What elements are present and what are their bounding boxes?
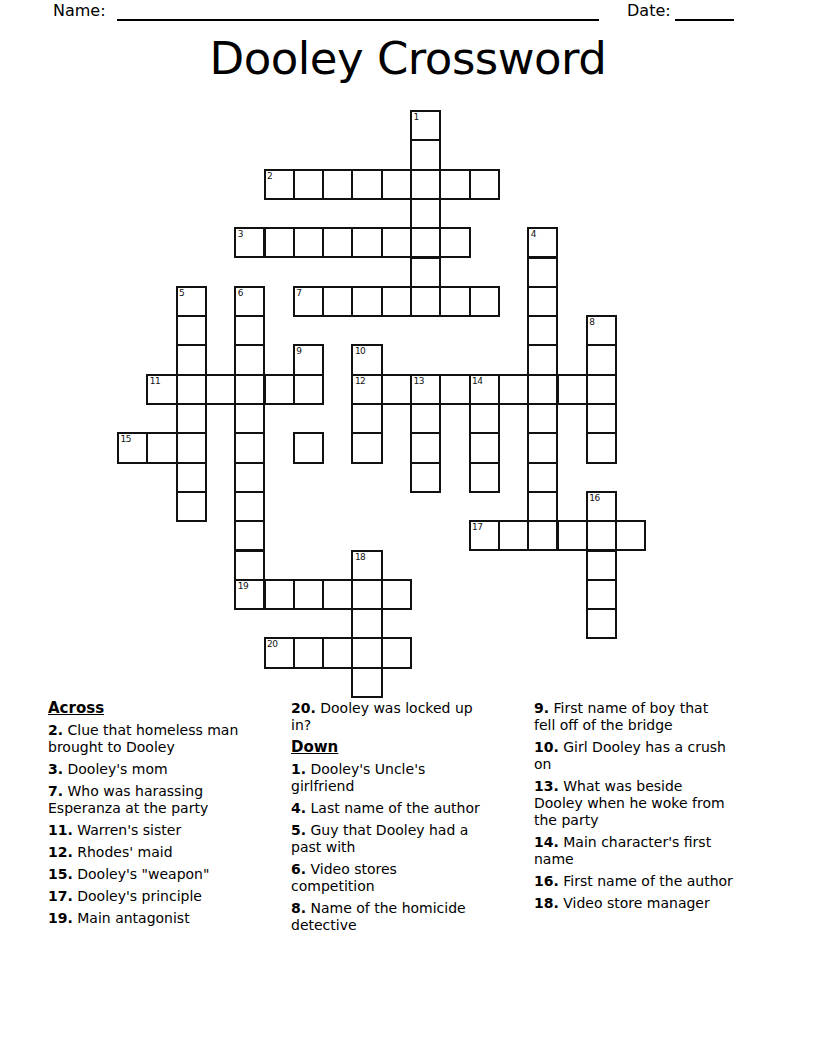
clue-down-10: 10. Girl Dooley has a crush on	[534, 739, 733, 773]
crossword-cell-r7c16[interactable]: 8	[586, 315, 617, 346]
crossword-cell-r12c10[interactable]	[410, 462, 441, 493]
crossword-cell-r9c9[interactable]	[381, 374, 412, 405]
crossword-cell-r4c7[interactable]	[322, 227, 353, 258]
crossword-cell-r9c2[interactable]	[176, 374, 207, 405]
crossword-cell-r8c6[interactable]: 9	[293, 344, 324, 375]
crossword-cell-r8c8[interactable]: 10	[351, 344, 382, 375]
clue-number: 15.	[48, 866, 73, 882]
clue-across-17: 17. Dooley's principle	[48, 888, 250, 905]
crossword-cell-r2c7[interactable]	[322, 169, 353, 200]
crossword-cell-r4c11[interactable]	[439, 227, 470, 258]
cell-number-8: 8	[589, 317, 594, 327]
crossword-cell-r6c9[interactable]	[381, 286, 412, 317]
clue-number: 17.	[48, 888, 73, 904]
crossword-cell-r9c15[interactable]	[557, 374, 588, 405]
crossword-cell-r2c8[interactable]	[351, 169, 382, 200]
down-heading: Down	[291, 739, 482, 756]
clue-number: 5.	[291, 822, 306, 838]
clue-across-2: 2. Clue that homeless man brought to Doo…	[48, 722, 250, 756]
cell-number-10: 10	[355, 346, 365, 356]
crossword-cell-r14c13[interactable]	[498, 520, 529, 551]
crossword-cell-r2c9[interactable]	[381, 169, 412, 200]
crossword-cell-r11c14[interactable]	[527, 432, 558, 463]
crossword-cell-r1c10[interactable]	[410, 139, 441, 170]
crossword-cell-r11c4[interactable]	[234, 432, 265, 463]
crossword-cell-r0c10[interactable]: 1	[410, 110, 441, 141]
crossword-worksheet-page: { "game": "crossword", "title": "Dooley …	[0, 0, 816, 1056]
clue-across-11: 11. Warren's sister	[48, 822, 250, 839]
clue-down-13: 13. What was beside Dooley when he woke …	[534, 778, 733, 829]
crossword-cell-r4c4[interactable]: 3	[234, 227, 265, 258]
crossword-cell-r14c17[interactable]	[615, 520, 646, 551]
cell-number-14: 14	[472, 376, 482, 386]
crossword-cell-r10c8[interactable]	[351, 403, 382, 434]
crossword-cell-r17c8[interactable]	[351, 608, 382, 639]
crossword-cell-r8c16[interactable]	[586, 344, 617, 375]
crossword-cell-r17c16[interactable]	[586, 608, 617, 639]
clues-column-1: Across2. Clue that homeless man brought …	[48, 700, 250, 932]
clue-number: 12.	[48, 844, 73, 860]
clue-down-6: 6. Video stores competition	[291, 861, 482, 895]
date-label: Date:	[627, 2, 671, 20]
crossword-cell-r9c6[interactable]	[293, 374, 324, 405]
cell-number-20: 20	[267, 639, 277, 649]
cell-number-11: 11	[150, 376, 160, 386]
crossword-cell-r15c4[interactable]	[234, 550, 265, 581]
crossword-cell-r8c14[interactable]	[527, 344, 558, 375]
crossword-cell-r15c16[interactable]	[586, 550, 617, 581]
crossword-cell-r11c12[interactable]	[469, 432, 500, 463]
crossword-cell-r9c14[interactable]	[527, 374, 558, 405]
name-label: Name:	[53, 2, 106, 20]
date-fill-line[interactable]	[675, 1, 734, 21]
crossword-cell-r16c4[interactable]: 19	[234, 579, 265, 610]
crossword-cell-r9c13[interactable]	[498, 374, 529, 405]
crossword-cell-r4c9[interactable]	[381, 227, 412, 258]
crossword-cell-r16c16[interactable]	[586, 579, 617, 610]
clue-number: 14.	[534, 834, 559, 850]
crossword-cell-r2c6[interactable]	[293, 169, 324, 200]
crossword-cell-r12c4[interactable]	[234, 462, 265, 493]
cell-number-2: 2	[267, 171, 272, 181]
crossword-cell-r5c10[interactable]	[410, 257, 441, 288]
crossword-cell-r14c14[interactable]	[527, 520, 558, 551]
crossword-cell-r18c9[interactable]	[381, 637, 412, 668]
crossword-cell-r2c10[interactable]	[410, 169, 441, 200]
cell-number-7: 7	[296, 288, 301, 298]
crossword-cell-r12c14[interactable]	[527, 462, 558, 493]
crossword-cell-r13c4[interactable]	[234, 491, 265, 522]
crossword-cell-r8c4[interactable]	[234, 344, 265, 375]
crossword-grid: 1234567891011121314151617181920	[117, 110, 648, 700]
crossword-cell-r4c8[interactable]	[351, 227, 382, 258]
crossword-cell-r18c6[interactable]	[293, 637, 324, 668]
crossword-cell-r4c6[interactable]	[293, 227, 324, 258]
clue-number: 13.	[534, 778, 559, 794]
clue-number: 4.	[291, 800, 306, 816]
crossword-cell-r13c2[interactable]	[176, 491, 207, 522]
clue-number: 9.	[534, 700, 549, 716]
crossword-cell-r18c7[interactable]	[322, 637, 353, 668]
crossword-cell-r10c16[interactable]	[586, 403, 617, 434]
crossword-cell-r11c16[interactable]	[586, 432, 617, 463]
crossword-cell-r4c14[interactable]: 4	[527, 227, 558, 258]
crossword-cell-r7c4[interactable]	[234, 315, 265, 346]
crossword-cell-r9c3[interactable]	[205, 374, 236, 405]
cell-number-6: 6	[238, 288, 243, 298]
crossword-cell-r9c4[interactable]	[234, 374, 265, 405]
crossword-cell-r13c16[interactable]: 16	[586, 491, 617, 522]
crossword-cell-r14c4[interactable]	[234, 520, 265, 551]
crossword-cell-r14c16[interactable]	[586, 520, 617, 551]
clue-number: 10.	[534, 739, 559, 755]
crossword-cell-r9c5[interactable]	[264, 374, 295, 405]
crossword-cell-r13c14[interactable]	[527, 491, 558, 522]
crossword-cell-r19c8[interactable]	[351, 667, 382, 698]
clue-number: 16.	[534, 873, 559, 889]
clue-down-18: 18. Video store manager	[534, 895, 733, 912]
crossword-cell-r6c4[interactable]: 6	[234, 286, 265, 317]
crossword-cell-r10c4[interactable]	[234, 403, 265, 434]
crossword-cell-r14c12[interactable]: 17	[469, 520, 500, 551]
crossword-cell-r6c11[interactable]	[439, 286, 470, 317]
crossword-cell-r6c10[interactable]	[410, 286, 441, 317]
crossword-cell-r12c12[interactable]	[469, 462, 500, 493]
crossword-cell-r6c14[interactable]	[527, 286, 558, 317]
cell-number-1: 1	[414, 112, 419, 122]
clue-down-5: 5. Guy that Dooley had a past with	[291, 822, 482, 856]
crossword-cell-r4c5[interactable]	[264, 227, 295, 258]
crossword-cell-r18c8[interactable]	[351, 637, 382, 668]
clue-number: 1.	[291, 761, 306, 777]
crossword-cell-r9c16[interactable]	[586, 374, 617, 405]
crossword-cell-r5c14[interactable]	[527, 257, 558, 288]
crossword-cell-r7c2[interactable]	[176, 315, 207, 346]
crossword-cell-r10c14[interactable]	[527, 403, 558, 434]
crossword-cell-r7c14[interactable]	[527, 315, 558, 346]
clue-number: 7.	[48, 783, 63, 799]
clue-across-3: 3. Dooley's mom	[48, 761, 250, 778]
crossword-cell-r11c1[interactable]	[146, 432, 177, 463]
cell-number-9: 9	[296, 346, 301, 356]
clue-number: 6.	[291, 861, 306, 877]
crossword-cell-r11c8[interactable]	[351, 432, 382, 463]
clue-across-20: 20. Dooley was locked up in?	[291, 700, 482, 734]
crossword-cell-r2c11[interactable]	[439, 169, 470, 200]
clue-down-9: 9. First name of boy that fell off of th…	[534, 700, 733, 734]
cell-number-4: 4	[531, 229, 536, 239]
crossword-cell-r3c10[interactable]	[410, 198, 441, 229]
clue-down-8: 8. Name of the homicide detective	[291, 900, 482, 934]
crossword-cell-r9c8[interactable]: 12	[351, 374, 382, 405]
cell-number-19: 19	[238, 581, 248, 591]
clue-across-19: 19. Main antagonist	[48, 910, 250, 927]
crossword-cell-r10c10[interactable]	[410, 403, 441, 434]
clue-across-15: 15. Dooley's "weapon"	[48, 866, 250, 883]
cell-number-16: 16	[589, 493, 599, 503]
cell-number-18: 18	[355, 552, 365, 562]
cell-number-15: 15	[121, 434, 131, 444]
clue-number: 11.	[48, 822, 73, 838]
clue-number: 19.	[48, 910, 73, 926]
crossword-cell-r9c12[interactable]: 14	[469, 374, 500, 405]
crossword-cell-r16c5[interactable]	[264, 579, 295, 610]
clues-column-2: 20. Dooley was locked up in?Down1. Doole…	[291, 700, 482, 939]
cell-number-13: 13	[414, 376, 424, 386]
crossword-cell-r9c10[interactable]: 13	[410, 374, 441, 405]
crossword-cell-r2c5[interactable]: 2	[264, 169, 295, 200]
clues-column-3: 9. First name of boy that fell off of th…	[534, 700, 733, 917]
clue-across-7: 7. Who was harassing Esperanza at the pa…	[48, 783, 250, 817]
crossword-cell-r16c9[interactable]	[381, 579, 412, 610]
across-heading: Across	[48, 700, 250, 717]
clue-down-14: 14. Main character's first name	[534, 834, 733, 868]
crossword-cell-r8c2[interactable]	[176, 344, 207, 375]
clue-number: 20.	[291, 700, 316, 716]
crossword-cell-r16c8[interactable]	[351, 579, 382, 610]
crossword-cell-r2c12[interactable]	[469, 169, 500, 200]
crossword-cell-r18c5[interactable]: 20	[264, 637, 295, 668]
crossword-cell-r11c6[interactable]	[293, 432, 324, 463]
crossword-cell-r6c7[interactable]	[322, 286, 353, 317]
cell-number-12: 12	[355, 376, 365, 386]
clue-number: 8.	[291, 900, 306, 916]
page-title: Dooley Crossword	[0, 31, 816, 87]
cell-number-17: 17	[472, 522, 482, 532]
crossword-cell-r11c10[interactable]	[410, 432, 441, 463]
name-fill-line[interactable]	[117, 1, 599, 21]
crossword-cell-r16c7[interactable]	[322, 579, 353, 610]
crossword-cell-r6c12[interactable]	[469, 286, 500, 317]
crossword-cell-r10c12[interactable]	[469, 403, 500, 434]
clue-across-12: 12. Rhodes' maid	[48, 844, 250, 861]
crossword-cell-r9c1[interactable]: 11	[146, 374, 177, 405]
crossword-cell-r9c11[interactable]	[439, 374, 470, 405]
crossword-cell-r11c0[interactable]: 15	[117, 432, 148, 463]
clue-down-4: 4. Last name of the author	[291, 800, 482, 817]
crossword-cell-r6c6[interactable]: 7	[293, 286, 324, 317]
clue-number: 18.	[534, 895, 559, 911]
cell-number-3: 3	[238, 229, 243, 239]
crossword-cell-r6c8[interactable]	[351, 286, 382, 317]
crossword-cell-r14c15[interactable]	[557, 520, 588, 551]
crossword-cell-r15c8[interactable]: 18	[351, 550, 382, 581]
crossword-cell-r12c2[interactable]	[176, 462, 207, 493]
clue-down-16: 16. First name of the author	[534, 873, 733, 890]
crossword-cell-r10c2[interactable]	[176, 403, 207, 434]
clue-number: 2.	[48, 722, 63, 738]
crossword-cell-r6c2[interactable]: 5	[176, 286, 207, 317]
clue-number: 3.	[48, 761, 63, 777]
crossword-cell-r16c6[interactable]	[293, 579, 324, 610]
crossword-cell-r4c10[interactable]	[410, 227, 441, 258]
cell-number-5: 5	[179, 288, 184, 298]
crossword-cell-r11c2[interactable]	[176, 432, 207, 463]
clue-down-1: 1. Dooley's Uncle's girlfriend	[291, 761, 482, 795]
